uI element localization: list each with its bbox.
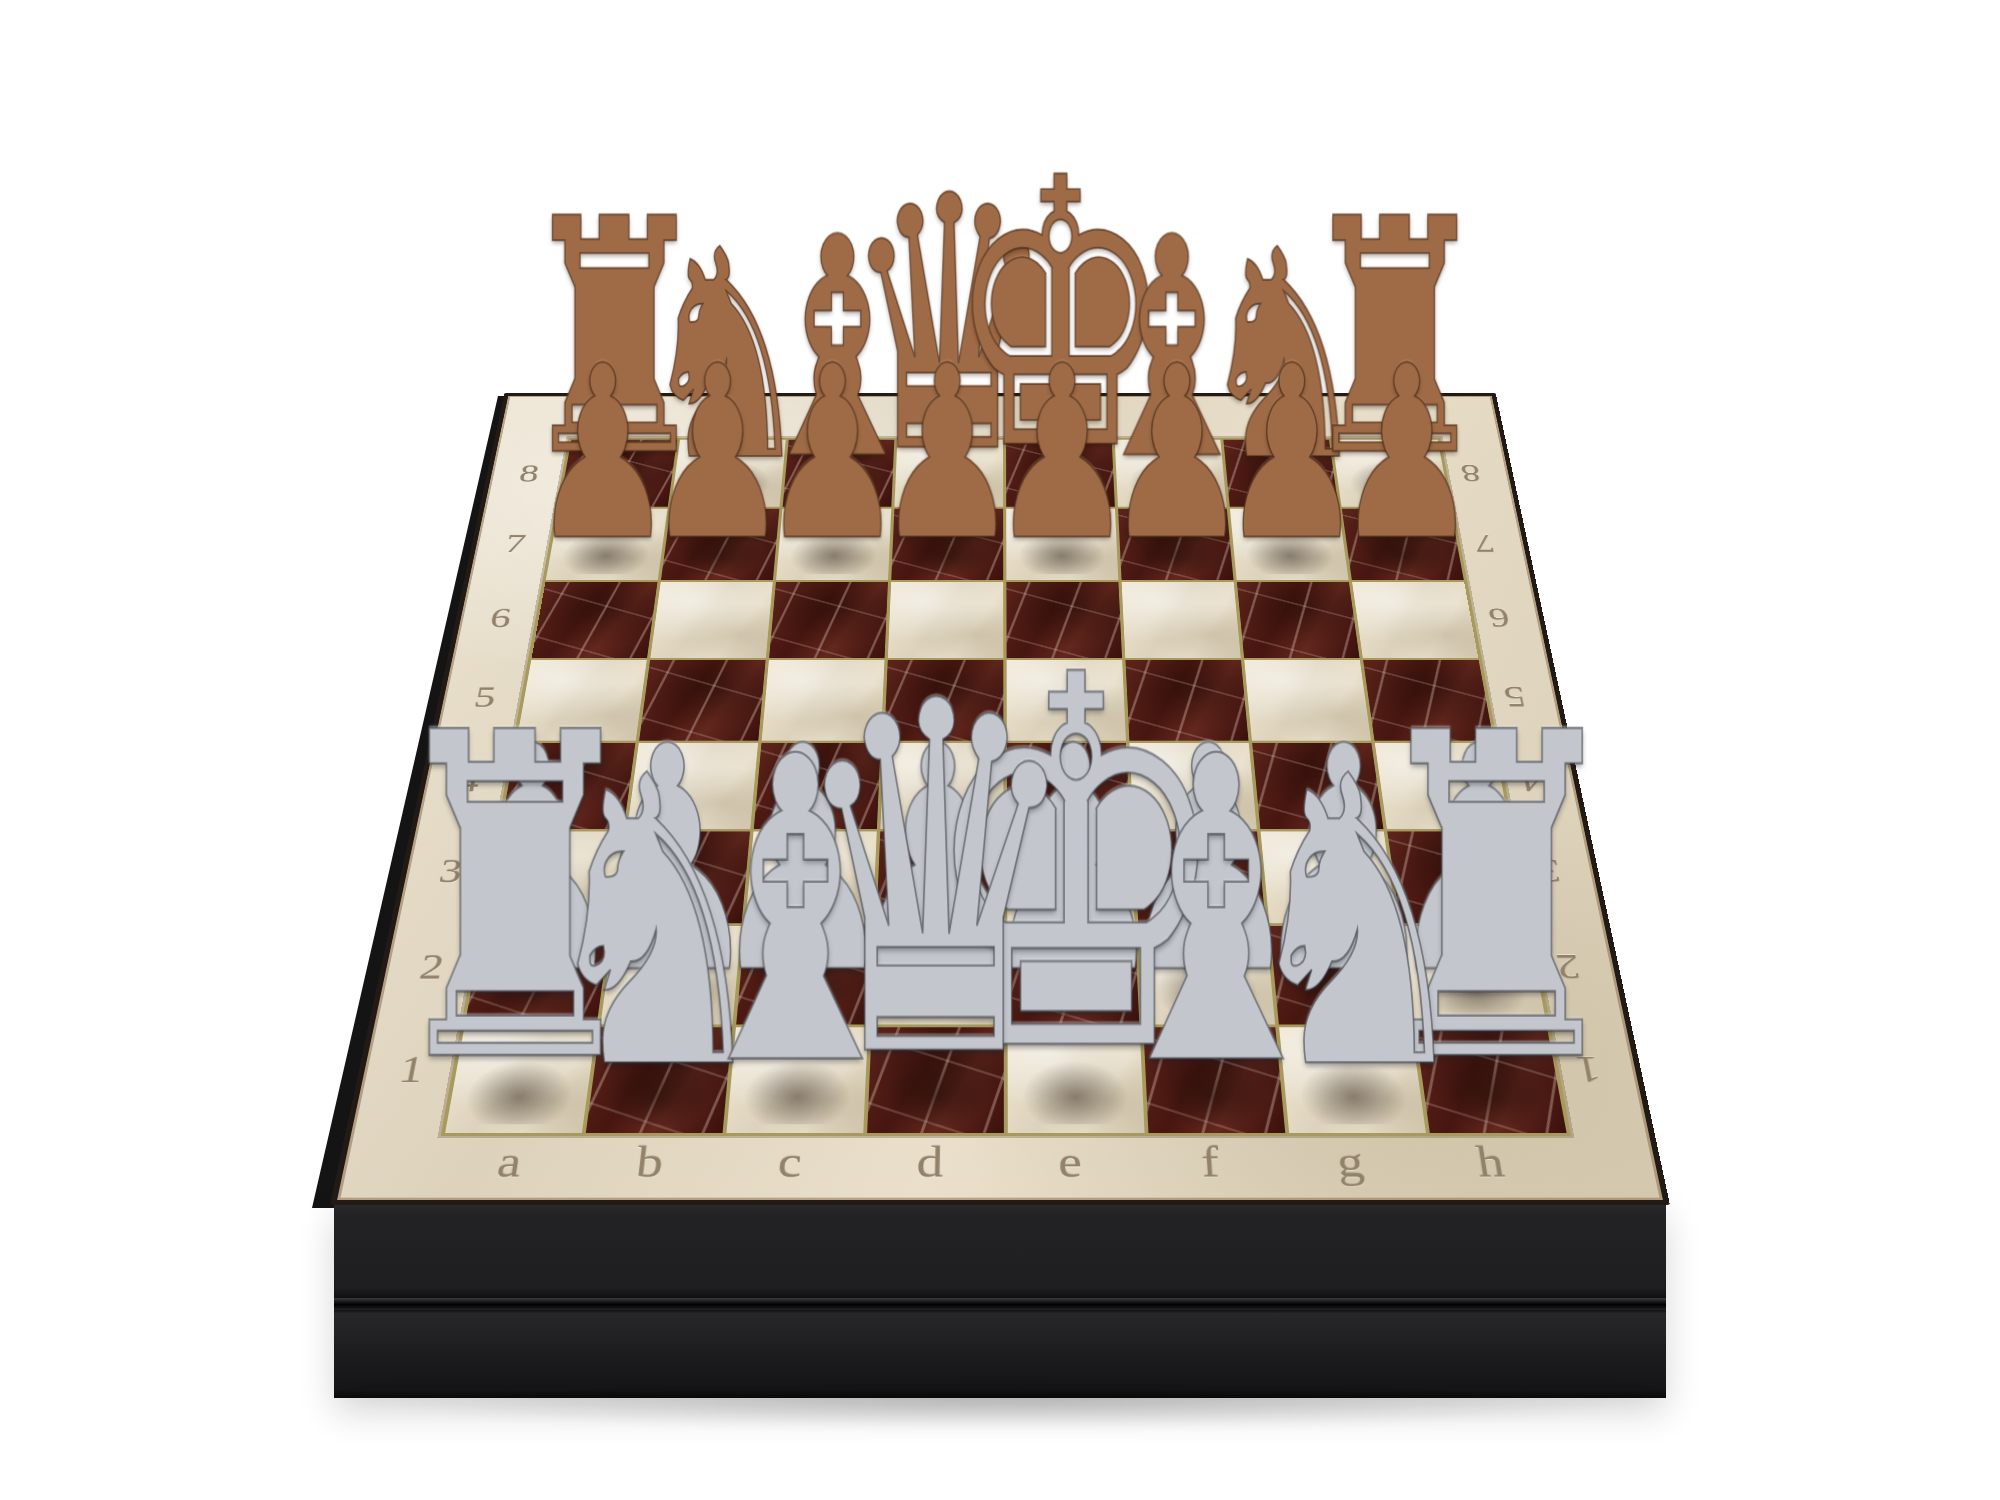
- file-label-e: e: [1000, 1125, 1142, 1200]
- rank-label-7: 7: [1443, 508, 1528, 580]
- file-label-c: c: [716, 1125, 861, 1200]
- scene: 87654321 87654321 abcdefgh ♜♞♝♛♚♝♞♜♟♟♟♟♟…: [0, 0, 2000, 1500]
- chess-board: 87654321 87654321 abcdefgh ♜♞♝♛♚♝♞♜♟♟♟♟♟…: [330, 393, 1670, 1205]
- square-d1[interactable]: ♛: [867, 1027, 1004, 1133]
- rank-label-8: 8: [1430, 440, 1512, 508]
- square-b6[interactable]: [650, 582, 772, 658]
- file-label-d: d: [858, 1125, 1000, 1200]
- file-label-g: g: [1277, 1125, 1426, 1200]
- piece-white-knight-g1[interactable]: ♞: [1235, 725, 1478, 1124]
- case-front: [334, 1202, 1666, 1398]
- product-photo: 87654321 87654321 abcdefgh ♜♞♝♛♚♝♞♜♟♟♟♟♟…: [0, 0, 2000, 1500]
- square-g1[interactable]: ♞: [1279, 1027, 1426, 1133]
- square-g6[interactable]: [1237, 582, 1360, 658]
- board-grid: ♜♞♝♛♚♝♞♜♟♟♟♟♟♟♟♟♟♟♟♟♟♟♟♟♜♞♝♛♚♝♞♜: [445, 440, 1566, 1133]
- case-lid-seam: [334, 1298, 1666, 1310]
- file-label-b: b: [575, 1125, 724, 1200]
- square-g7[interactable]: ♟: [1230, 509, 1349, 580]
- rank-label-6: 6: [1456, 580, 1544, 657]
- file-label-h: h: [1415, 1125, 1567, 1200]
- board-surface: 87654321 87654321 abcdefgh ♜♞♝♛♚♝♞♜♟♟♟♟♟…: [330, 393, 1670, 1205]
- piece-white-queen-d1[interactable]: ♛: [788, 639, 1083, 1123]
- file-label-a: a: [433, 1125, 585, 1200]
- file-labels-bottom: abcdefgh: [433, 1125, 1567, 1200]
- case-ground-shadow: [310, 1386, 1700, 1430]
- file-label-f: f: [1138, 1125, 1283, 1200]
